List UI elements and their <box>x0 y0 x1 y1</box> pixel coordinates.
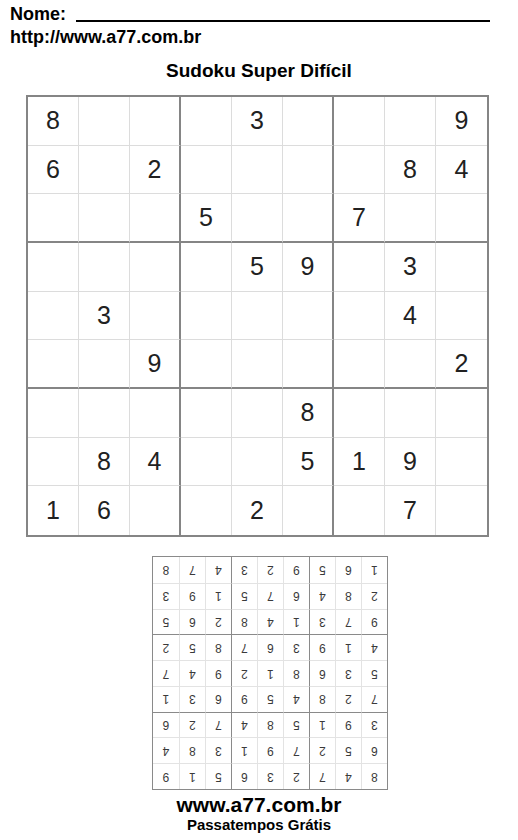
solution-cell-r9c9: 8 <box>153 557 179 583</box>
footer-site-url: www.a77.com.br <box>0 793 518 817</box>
puzzle-cell-r2c9: 4 <box>436 146 487 195</box>
solution-cell-r9c4: 9 <box>283 557 309 583</box>
puzzle-cell-r4c3 <box>130 243 181 292</box>
solution-cell-r7c7: 2 <box>205 609 231 635</box>
puzzle-grid: 83962845759334928845191627 <box>26 95 489 537</box>
puzzle-cell-r7c7 <box>334 389 385 438</box>
puzzle-cell-r7c6: 8 <box>283 389 334 438</box>
puzzle-cell-r6c5 <box>232 340 283 389</box>
puzzle-cell-r4c5: 5 <box>232 243 283 292</box>
puzzle-cell-r9c4 <box>181 486 232 535</box>
solution-cell-r6c7: 8 <box>205 634 231 660</box>
puzzle-cell-r2c7 <box>334 146 385 195</box>
puzzle-cell-r2c5 <box>232 146 283 195</box>
puzzle-cell-r8c3: 4 <box>130 438 181 487</box>
solution-cell-r8c4: 6 <box>283 583 309 609</box>
solution-cell-r4c4: 4 <box>283 686 309 712</box>
solution-cell-r5c7: 9 <box>205 660 231 686</box>
solution-cell-r8c9: 3 <box>153 583 179 609</box>
solution-cell-r5c4: 8 <box>283 660 309 686</box>
solution-cell-r7c8: 6 <box>179 609 205 635</box>
solution-cell-r3c3: 1 <box>309 712 335 738</box>
puzzle-cell-r3c2 <box>79 194 130 243</box>
solution-cell-r9c3: 5 <box>309 557 335 583</box>
puzzle-cell-r9c7 <box>334 486 385 535</box>
puzzle-cell-r8c1 <box>28 438 79 487</box>
solution-cell-r3c2: 9 <box>335 712 361 738</box>
footer-tagline: Passatempos Grátis <box>0 816 518 833</box>
solution-cell-r1c1: 8 <box>361 763 387 789</box>
puzzle-cell-r2c8: 8 <box>385 146 436 195</box>
solution-cell-r6c9: 2 <box>153 634 179 660</box>
puzzle-cell-r1c2 <box>79 97 130 146</box>
puzzle-cell-r3c1 <box>28 194 79 243</box>
solution-cell-r8c8: 9 <box>179 583 205 609</box>
solution-cell-r3c6: 4 <box>231 712 257 738</box>
puzzle-cell-r3c3 <box>130 194 181 243</box>
solution-cell-r5c8: 4 <box>179 660 205 686</box>
solution-cell-r2c3: 2 <box>309 737 335 763</box>
puzzle-title: Sudoku Super Difícil <box>0 60 518 82</box>
puzzle-cell-r5c2: 3 <box>79 292 130 341</box>
puzzle-cell-r5c5 <box>232 292 283 341</box>
puzzle-cell-r7c2 <box>79 389 130 438</box>
solution-cell-r4c8: 3 <box>179 686 205 712</box>
puzzle-cell-r7c4 <box>181 389 232 438</box>
solution-cell-r2c7: 3 <box>205 737 231 763</box>
solution-cell-r2c1: 6 <box>361 737 387 763</box>
solution-cell-r8c6: 5 <box>231 583 257 609</box>
solution-cell-r6c1: 4 <box>361 634 387 660</box>
puzzle-cell-r5c3 <box>130 292 181 341</box>
solution-cell-r5c3: 6 <box>309 660 335 686</box>
puzzle-cell-r7c1 <box>28 389 79 438</box>
solution-cell-r1c4: 2 <box>283 763 309 789</box>
puzzle-cell-r8c9 <box>436 438 487 487</box>
puzzle-cell-r5c7 <box>334 292 385 341</box>
solution-cell-r6c3: 9 <box>309 634 335 660</box>
solution-cell-r7c1: 9 <box>361 609 387 635</box>
puzzle-cell-r9c3 <box>130 486 181 535</box>
puzzle-cell-r8c6: 5 <box>283 438 334 487</box>
solution-cell-r9c1: 1 <box>361 557 387 583</box>
solution-cell-r3c4: 5 <box>283 712 309 738</box>
solution-cell-r4c2: 2 <box>335 686 361 712</box>
puzzle-cell-r7c8 <box>385 389 436 438</box>
solution-cell-r5c9: 7 <box>153 660 179 686</box>
puzzle-cell-r4c8: 3 <box>385 243 436 292</box>
sudoku-worksheet-page: Nome: http://www.a77.com.br Sudoku Super… <box>0 0 518 840</box>
puzzle-cell-r4c4 <box>181 243 232 292</box>
puzzle-cell-r2c1: 6 <box>28 146 79 195</box>
solution-cell-r3c9: 6 <box>153 712 179 738</box>
solution-cell-r4c3: 8 <box>309 686 335 712</box>
solution-cell-r8c2: 8 <box>335 583 361 609</box>
puzzle-cell-r6c9: 2 <box>436 340 487 389</box>
puzzle-cell-r6c7 <box>334 340 385 389</box>
puzzle-cell-r2c4 <box>181 146 232 195</box>
puzzle-cell-r3c4: 5 <box>181 194 232 243</box>
puzzle-cell-r1c7 <box>334 97 385 146</box>
solution-cell-r1c3: 7 <box>309 763 335 789</box>
solution-cell-r2c5: 9 <box>257 737 283 763</box>
solution-cell-r1c8: 1 <box>179 763 205 789</box>
puzzle-cell-r1c4 <box>181 97 232 146</box>
puzzle-cell-r5c4 <box>181 292 232 341</box>
solution-cell-r6c6: 7 <box>231 634 257 660</box>
solution-cell-r4c1: 7 <box>361 686 387 712</box>
solution-cell-r1c2: 4 <box>335 763 361 789</box>
solution-cell-r5c1: 5 <box>361 660 387 686</box>
puzzle-cell-r5c1 <box>28 292 79 341</box>
puzzle-cell-r9c2: 6 <box>79 486 130 535</box>
puzzle-cell-r8c4 <box>181 438 232 487</box>
solution-cell-r5c2: 3 <box>335 660 361 686</box>
name-blank-line <box>76 20 490 22</box>
puzzle-cell-r9c1: 1 <box>28 486 79 535</box>
puzzle-cell-r9c8: 7 <box>385 486 436 535</box>
solution-cell-r2c6: 1 <box>231 737 257 763</box>
puzzle-cell-r9c5: 2 <box>232 486 283 535</box>
puzzle-cell-r4c9 <box>436 243 487 292</box>
puzzle-cell-r3c8 <box>385 194 436 243</box>
puzzle-cell-r8c8: 9 <box>385 438 436 487</box>
solution-cell-r2c2: 5 <box>335 737 361 763</box>
solution-cell-r6c2: 1 <box>335 634 361 660</box>
solution-cell-r2c4: 7 <box>283 737 309 763</box>
solution-cell-r6c4: 3 <box>283 634 309 660</box>
solution-cell-r1c5: 3 <box>257 763 283 789</box>
solution-cell-r7c3: 3 <box>309 609 335 635</box>
puzzle-cell-r4c6: 9 <box>283 243 334 292</box>
puzzle-cell-r8c2: 8 <box>79 438 130 487</box>
puzzle-cell-r1c1: 8 <box>28 97 79 146</box>
puzzle-cell-r1c6 <box>283 97 334 146</box>
solution-cell-r7c6: 8 <box>231 609 257 635</box>
solution-cell-r8c5: 7 <box>257 583 283 609</box>
solution-cell-r9c8: 7 <box>179 557 205 583</box>
puzzle-cell-r2c2 <box>79 146 130 195</box>
puzzle-cell-r6c4 <box>181 340 232 389</box>
puzzle-cell-r1c9: 9 <box>436 97 487 146</box>
puzzle-cell-r4c2 <box>79 243 130 292</box>
solution-cell-r3c7: 7 <box>205 712 231 738</box>
solution-cell-r9c2: 6 <box>335 557 361 583</box>
solution-cell-r7c4: 1 <box>283 609 309 635</box>
puzzle-cell-r7c5 <box>232 389 283 438</box>
puzzle-cell-r1c3 <box>130 97 181 146</box>
solution-cell-r8c3: 4 <box>309 583 335 609</box>
puzzle-cell-r6c3: 9 <box>130 340 181 389</box>
puzzle-cell-r7c3 <box>130 389 181 438</box>
puzzle-cell-r6c1 <box>28 340 79 389</box>
solution-cell-r5c5: 1 <box>257 660 283 686</box>
solution-cell-r4c9: 1 <box>153 686 179 712</box>
solution-cell-r4c5: 5 <box>257 686 283 712</box>
solution-cell-r3c5: 8 <box>257 712 283 738</box>
solution-cell-r3c1: 3 <box>361 712 387 738</box>
puzzle-cell-r6c6 <box>283 340 334 389</box>
puzzle-cell-r4c1 <box>28 243 79 292</box>
puzzle-cell-r4c7 <box>334 243 385 292</box>
solution-cell-r6c8: 5 <box>179 634 205 660</box>
puzzle-cell-r3c6 <box>283 194 334 243</box>
solution-cell-r1c9: 9 <box>153 763 179 789</box>
solution-cell-r6c5: 6 <box>257 634 283 660</box>
solution-cell-r7c5: 4 <box>257 609 283 635</box>
solution-cell-r3c8: 2 <box>179 712 205 738</box>
puzzle-cell-r5c8: 4 <box>385 292 436 341</box>
name-label: Nome: <box>10 4 66 25</box>
site-url-text: http://www.a77.com.br <box>10 27 201 48</box>
puzzle-cell-r9c9 <box>436 486 487 535</box>
puzzle-cell-r3c7: 7 <box>334 194 385 243</box>
puzzle-cell-r3c9 <box>436 194 487 243</box>
solution-cell-r2c8: 8 <box>179 737 205 763</box>
puzzle-cell-r6c8 <box>385 340 436 389</box>
solution-cell-r4c7: 6 <box>205 686 231 712</box>
puzzle-cell-r1c5: 3 <box>232 97 283 146</box>
puzzle-cell-r1c8 <box>385 97 436 146</box>
solution-cell-r7c9: 5 <box>153 609 179 635</box>
puzzle-cell-r2c3: 2 <box>130 146 181 195</box>
puzzle-cell-r9c6 <box>283 486 334 535</box>
solution-cell-r9c6: 3 <box>231 557 257 583</box>
puzzle-cell-r3c5 <box>232 194 283 243</box>
puzzle-cell-r5c9 <box>436 292 487 341</box>
puzzle-cell-r2c6 <box>283 146 334 195</box>
solution-grid: 8472365196527913843915847267284596315368… <box>152 556 388 790</box>
solution-cell-r5c6: 2 <box>231 660 257 686</box>
solution-cell-r2c9: 4 <box>153 737 179 763</box>
puzzle-cell-r8c7: 1 <box>334 438 385 487</box>
solution-cell-r4c6: 9 <box>231 686 257 712</box>
puzzle-cell-r6c2 <box>79 340 130 389</box>
solution-cell-r9c5: 2 <box>257 557 283 583</box>
solution-cell-r8c1: 2 <box>361 583 387 609</box>
solution-cell-r7c2: 7 <box>335 609 361 635</box>
solution-cell-r1c7: 5 <box>205 763 231 789</box>
puzzle-cell-r8c5 <box>232 438 283 487</box>
puzzle-cell-r7c9 <box>436 389 487 438</box>
puzzle-cell-r5c6 <box>283 292 334 341</box>
solution-cell-r8c7: 1 <box>205 583 231 609</box>
solution-cell-r9c7: 4 <box>205 557 231 583</box>
solution-cell-r1c6: 6 <box>231 763 257 789</box>
